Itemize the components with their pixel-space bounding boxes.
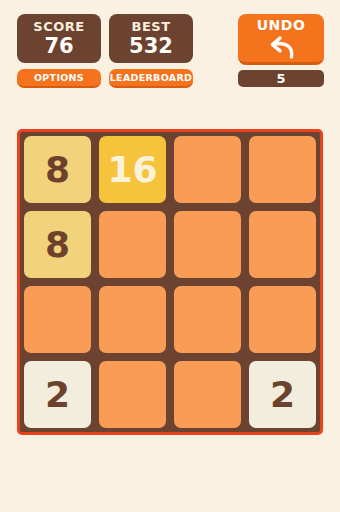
tile-8-r2c1: 8 — [24, 211, 91, 278]
empty-cell-r3c4 — [249, 286, 316, 353]
score-value: 76 — [44, 35, 73, 58]
undo-count-badge: 5 — [238, 70, 324, 87]
empty-cell-r4c3 — [174, 361, 241, 428]
best-box: BEST 532 — [109, 14, 193, 63]
undo-count-value: 5 — [276, 72, 285, 85]
leaderboard-button[interactable]: LEADERBOARD — [109, 69, 193, 88]
empty-cell-r2c2 — [99, 211, 166, 278]
empty-cell-r4c2 — [99, 361, 166, 428]
leaderboard-button-label: LEADERBOARD — [110, 72, 193, 83]
empty-cell-r3c2 — [99, 286, 166, 353]
undo-button[interactable]: UNDO — [238, 14, 324, 65]
score-label: SCORE — [33, 19, 84, 35]
empty-cell-r3c1 — [24, 286, 91, 353]
undo-button-label: UNDO — [257, 17, 306, 33]
undo-arrow-icon — [262, 35, 300, 60]
tile-16-r1c2: 16 — [99, 136, 166, 203]
board-2048[interactable]: 816822 — [17, 129, 323, 435]
options-button-label: OPTIONS — [34, 72, 84, 83]
empty-cell-r2c4 — [249, 211, 316, 278]
empty-cell-r1c3 — [174, 136, 241, 203]
options-button[interactable]: OPTIONS — [17, 69, 101, 88]
empty-cell-r3c3 — [174, 286, 241, 353]
best-value: 532 — [129, 35, 173, 58]
tile-2-r4c4: 2 — [249, 361, 316, 428]
empty-cell-r2c3 — [174, 211, 241, 278]
tile-2-r4c1: 2 — [24, 361, 91, 428]
score-box: SCORE 76 — [17, 14, 101, 63]
empty-cell-r1c4 — [249, 136, 316, 203]
tile-8-r1c1: 8 — [24, 136, 91, 203]
best-label: BEST — [131, 19, 170, 35]
